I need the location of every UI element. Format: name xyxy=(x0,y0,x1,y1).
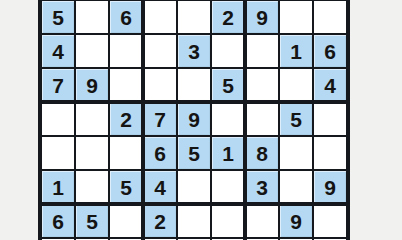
cell-r6c4[interactable]: 4 xyxy=(144,171,176,203)
cell-r7c9[interactable] xyxy=(314,205,346,237)
cell-r4c7[interactable] xyxy=(246,103,278,135)
cell-r2c9[interactable]: 6 xyxy=(314,35,346,67)
cell-r2c4[interactable] xyxy=(144,35,176,67)
cell-r4c9[interactable] xyxy=(314,103,346,135)
cell-r1c9[interactable] xyxy=(314,1,346,33)
cell-r1c1[interactable]: 5 xyxy=(42,1,74,33)
page-background: { "game": "sudoku", "board": { "rows": 9… xyxy=(0,0,402,240)
cell-r4c1[interactable] xyxy=(42,103,74,135)
cell-r2c2[interactable] xyxy=(76,35,108,67)
cell-r4c4[interactable]: 7 xyxy=(144,103,176,135)
cell-r6c8[interactable] xyxy=(280,171,312,203)
cell-r3c3[interactable] xyxy=(110,69,142,101)
cell-r3c4[interactable] xyxy=(144,69,176,101)
cell-r7c7[interactable] xyxy=(246,205,278,237)
cell-r5c9[interactable] xyxy=(314,137,346,169)
cell-r6c1[interactable]: 1 xyxy=(42,171,74,203)
box-separator-horizontal-2 xyxy=(42,202,346,206)
cell-r6c3[interactable]: 5 xyxy=(110,171,142,203)
cell-r2c6[interactable] xyxy=(212,35,244,67)
cell-r5c7[interactable]: 8 xyxy=(246,137,278,169)
sudoku-board: 56294316795427956518154396529 xyxy=(38,0,350,240)
cell-r5c3[interactable] xyxy=(110,137,142,169)
cell-r5c8[interactable] xyxy=(280,137,312,169)
cell-r7c8[interactable]: 9 xyxy=(280,205,312,237)
cell-r6c9[interactable]: 9 xyxy=(314,171,346,203)
cell-r1c2[interactable] xyxy=(76,1,108,33)
cell-r3c2[interactable]: 9 xyxy=(76,69,108,101)
cell-r3c5[interactable] xyxy=(178,69,210,101)
cell-r3c7[interactable] xyxy=(246,69,278,101)
cell-r5c5[interactable]: 5 xyxy=(178,137,210,169)
cell-r5c4[interactable]: 6 xyxy=(144,137,176,169)
cell-r5c6[interactable]: 1 xyxy=(212,137,244,169)
cell-r7c1[interactable]: 6 xyxy=(42,205,74,237)
cell-r7c3[interactable] xyxy=(110,205,142,237)
cell-r4c8[interactable]: 5 xyxy=(280,103,312,135)
cell-r4c5[interactable]: 9 xyxy=(178,103,210,135)
cell-r4c2[interactable] xyxy=(76,103,108,135)
cell-r7c5[interactable] xyxy=(178,205,210,237)
cell-r1c8[interactable] xyxy=(280,1,312,33)
cell-r3c8[interactable] xyxy=(280,69,312,101)
cell-r6c7[interactable]: 3 xyxy=(246,171,278,203)
cell-r3c9[interactable]: 4 xyxy=(314,69,346,101)
box-separator-horizontal-1 xyxy=(42,100,346,104)
cell-r4c6[interactable] xyxy=(212,103,244,135)
cell-r5c2[interactable] xyxy=(76,137,108,169)
cell-r6c5[interactable] xyxy=(178,171,210,203)
cell-r3c1[interactable]: 7 xyxy=(42,69,74,101)
cell-r7c6[interactable] xyxy=(212,205,244,237)
cell-r1c7[interactable]: 9 xyxy=(246,1,278,33)
cell-r6c2[interactable] xyxy=(76,171,108,203)
cell-r1c3[interactable]: 6 xyxy=(110,1,142,33)
cell-r2c8[interactable]: 1 xyxy=(280,35,312,67)
cell-r1c6[interactable]: 2 xyxy=(212,1,244,33)
cell-r7c4[interactable]: 2 xyxy=(144,205,176,237)
cell-r6c6[interactable] xyxy=(212,171,244,203)
cell-r7c2[interactable]: 5 xyxy=(76,205,108,237)
cell-r1c5[interactable] xyxy=(178,1,210,33)
cell-r2c5[interactable]: 3 xyxy=(178,35,210,67)
cell-r3c6[interactable]: 5 xyxy=(212,69,244,101)
cell-r4c3[interactable]: 2 xyxy=(110,103,142,135)
cell-r1c4[interactable] xyxy=(144,1,176,33)
cell-r2c3[interactable] xyxy=(110,35,142,67)
cell-r2c1[interactable]: 4 xyxy=(42,35,74,67)
cell-r2c7[interactable] xyxy=(246,35,278,67)
cell-r5c1[interactable] xyxy=(42,137,74,169)
